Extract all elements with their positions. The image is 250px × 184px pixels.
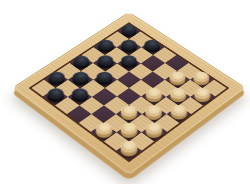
board-grid — [29, 22, 230, 162]
checkers-board — [12, 12, 247, 176]
product-photo-scene — [0, 0, 250, 184]
